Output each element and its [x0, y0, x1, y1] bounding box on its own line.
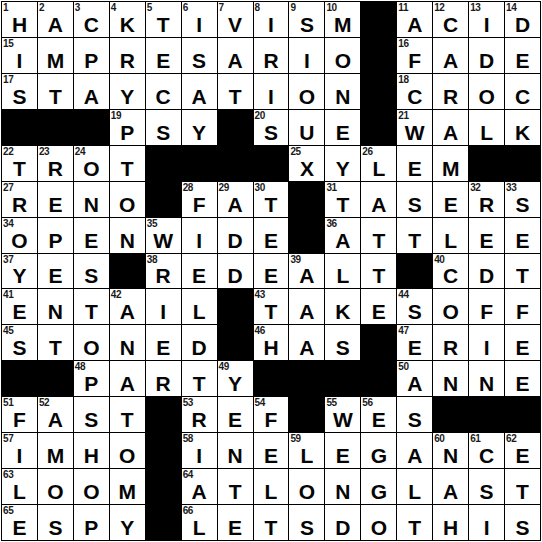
- clue-number: 65: [3, 505, 13, 517]
- cell-letter: E: [2, 517, 37, 538]
- cell-r8c7[interactable]: D: [218, 254, 253, 289]
- cell-r15c15[interactable]: S: [505, 505, 540, 540]
- cell-r3c14[interactable]: O: [469, 74, 504, 109]
- cell-r12c11[interactable]: 56E: [361, 397, 396, 432]
- cell-r14c6[interactable]: 64A: [182, 469, 217, 504]
- cell-r11c4[interactable]: A: [110, 361, 145, 396]
- block-cell-r5c5: [146, 146, 181, 181]
- cell-letter: R: [38, 158, 73, 179]
- clue-number: 60: [434, 433, 444, 445]
- cell-letter: E: [505, 337, 540, 358]
- cell-r13c3[interactable]: H: [74, 433, 109, 468]
- cell-letter: A: [433, 122, 468, 143]
- cell-r14c7[interactable]: T: [218, 469, 253, 504]
- cell-r14c2[interactable]: O: [38, 469, 73, 504]
- cell-letter: H: [254, 337, 289, 358]
- cell-r2c6[interactable]: S: [182, 38, 217, 73]
- cell-letter: L: [469, 122, 504, 143]
- cell-r4c6[interactable]: Y: [182, 110, 217, 145]
- cell-r10c4[interactable]: N: [110, 325, 145, 360]
- cell-letter: M: [38, 445, 73, 466]
- cell-letter: E: [505, 373, 540, 394]
- clue-number: 21: [398, 110, 408, 122]
- clue-number: 46: [255, 325, 265, 337]
- cell-letter: P: [38, 230, 73, 251]
- block-cell-r11c11: [361, 361, 396, 396]
- cell-letter: S: [254, 122, 289, 143]
- cell-letter: T: [361, 230, 396, 251]
- cell-r10c10[interactable]: S: [325, 325, 360, 360]
- cell-r15c10[interactable]: D: [325, 505, 360, 540]
- cell-letter: T: [325, 194, 360, 215]
- cell-r6c13[interactable]: E: [433, 182, 468, 217]
- cell-r1c5[interactable]: 5T: [146, 2, 181, 37]
- cell-letter: A: [397, 445, 432, 466]
- cell-r9c12[interactable]: 44S: [397, 289, 432, 324]
- cell-r2c13[interactable]: A: [433, 38, 468, 73]
- cell-r14c10[interactable]: N: [325, 469, 360, 504]
- cell-r5c11[interactable]: 26L: [361, 146, 396, 181]
- block-cell-r5c7: [218, 146, 253, 181]
- cell-r6c11[interactable]: A: [361, 182, 396, 217]
- cell-r12c3[interactable]: S: [74, 397, 109, 432]
- cell-r10c1[interactable]: 45S: [2, 325, 37, 360]
- cell-r4c5[interactable]: S: [146, 110, 181, 145]
- cell-r2c5[interactable]: E: [146, 38, 181, 73]
- cell-r3c3[interactable]: A: [74, 74, 109, 109]
- clue-number: 45: [3, 325, 13, 337]
- cell-r10c14[interactable]: I: [469, 325, 504, 360]
- cell-letter: I: [182, 445, 217, 466]
- cell-r11c12[interactable]: 50A: [397, 361, 432, 396]
- cell-letter: D: [182, 337, 217, 358]
- cell-letter: S: [2, 337, 37, 358]
- cell-letter: F: [505, 301, 540, 322]
- cell-r15c4[interactable]: Y: [110, 505, 145, 540]
- cell-r6c12[interactable]: S: [397, 182, 432, 217]
- clue-number: 59: [290, 433, 300, 445]
- cell-r6c6[interactable]: 28F: [182, 182, 217, 217]
- clue-number: 6: [183, 2, 188, 14]
- cell-r6c4[interactable]: O: [110, 182, 145, 217]
- cell-r13c6[interactable]: 58I: [182, 433, 217, 468]
- cell-r10c9[interactable]: A: [289, 325, 324, 360]
- cell-r3c2[interactable]: T: [38, 74, 73, 109]
- block-cell-r5c8: [254, 146, 289, 181]
- cell-r3c8[interactable]: I: [254, 74, 289, 109]
- cell-letter: L: [325, 265, 360, 286]
- cell-r11c14[interactable]: N: [469, 361, 504, 396]
- cell-r6c15[interactable]: 33S: [505, 182, 540, 217]
- cell-r12c10[interactable]: 55W: [325, 397, 360, 432]
- cell-letter: O: [110, 194, 145, 215]
- cell-r14c14[interactable]: S: [469, 469, 504, 504]
- cell-r13c13[interactable]: 60N: [433, 433, 468, 468]
- clue-number: 47: [398, 325, 408, 337]
- cell-letter: O: [325, 50, 360, 71]
- cell-r9c14[interactable]: F: [469, 289, 504, 324]
- cell-r1c9[interactable]: 9S: [289, 2, 324, 37]
- cell-r7c11[interactable]: T: [361, 218, 396, 253]
- clue-number: 34: [3, 218, 13, 230]
- cell-r7c10[interactable]: 36A: [325, 218, 360, 253]
- cell-r2c14[interactable]: D: [469, 38, 504, 73]
- cell-letter: S: [289, 14, 324, 35]
- cell-r14c1[interactable]: 63L: [2, 469, 37, 504]
- cell-letter: A: [325, 230, 360, 251]
- cell-letter: A: [110, 373, 145, 394]
- cell-r14c3[interactable]: O: [74, 469, 109, 504]
- cell-r3c4[interactable]: Y: [110, 74, 145, 109]
- cell-r15c6[interactable]: 66L: [182, 505, 217, 540]
- clue-number: 52: [39, 397, 49, 409]
- cell-letter: E: [182, 265, 217, 286]
- cell-r15c11[interactable]: O: [361, 505, 396, 540]
- cell-r13c7[interactable]: N: [218, 433, 253, 468]
- cell-r5c9[interactable]: 25X: [289, 146, 324, 181]
- cell-r15c13[interactable]: H: [433, 505, 468, 540]
- cell-r7c7[interactable]: D: [218, 218, 253, 253]
- cell-r8c11[interactable]: T: [361, 254, 396, 289]
- cell-r5c13[interactable]: M: [433, 146, 468, 181]
- cell-r8c6[interactable]: E: [182, 254, 217, 289]
- cell-letter: Y: [325, 158, 360, 179]
- cell-letter: F: [254, 409, 289, 430]
- block-cell-r13c5: [146, 433, 181, 468]
- cell-r15c12[interactable]: T: [397, 505, 432, 540]
- cell-r8c15[interactable]: T: [505, 254, 540, 289]
- cell-letter: A: [289, 265, 324, 286]
- cell-letter: W: [325, 409, 360, 430]
- cell-r2c7[interactable]: A: [218, 38, 253, 73]
- cell-letter: R: [433, 86, 468, 107]
- cell-r6c10[interactable]: 31T: [325, 182, 360, 217]
- cell-r6c7[interactable]: 29A: [218, 182, 253, 217]
- cell-r6c8[interactable]: 30T: [254, 182, 289, 217]
- cell-r15c3[interactable]: P: [74, 505, 109, 540]
- cell-r2c2[interactable]: M: [38, 38, 73, 73]
- cell-r13c9[interactable]: 59L: [289, 433, 324, 468]
- cell-r13c10[interactable]: E: [325, 433, 360, 468]
- cell-r11c6[interactable]: T: [182, 361, 217, 396]
- cell-r4c10[interactable]: E: [325, 110, 360, 145]
- clue-number: 1: [3, 2, 8, 14]
- cell-r6c14[interactable]: 32R: [469, 182, 504, 217]
- cell-r3c7[interactable]: T: [218, 74, 253, 109]
- cell-r6c3[interactable]: N: [74, 182, 109, 217]
- cell-letter: E: [505, 50, 540, 71]
- cell-r7c8[interactable]: E: [254, 218, 289, 253]
- cell-r11c7[interactable]: 49Y: [218, 361, 253, 396]
- cell-r12c2[interactable]: 52A: [38, 397, 73, 432]
- cell-r4c8[interactable]: 20S: [254, 110, 289, 145]
- cell-r2c4[interactable]: R: [110, 38, 145, 73]
- block-cell-r5c14: [469, 146, 504, 181]
- clue-number: 63: [3, 469, 13, 481]
- clue-number: 23: [39, 146, 49, 158]
- cell-r2c9[interactable]: I: [289, 38, 324, 73]
- cell-r13c1[interactable]: 57I: [2, 433, 37, 468]
- cell-r1c2[interactable]: 2A: [38, 2, 73, 37]
- cell-r9c4[interactable]: 42A: [110, 289, 145, 324]
- clue-number: 18: [398, 74, 408, 86]
- cell-r14c13[interactable]: A: [433, 469, 468, 504]
- block-cell-r11c9: [289, 361, 324, 396]
- cell-r4c12[interactable]: 21W: [397, 110, 432, 145]
- cell-r3c15[interactable]: C: [505, 74, 540, 109]
- cell-r10c5[interactable]: E: [146, 325, 181, 360]
- cell-r3c10[interactable]: N: [325, 74, 360, 109]
- clue-number: 51: [3, 397, 13, 409]
- cell-r11c5[interactable]: R: [146, 361, 181, 396]
- cell-r7c13[interactable]: L: [433, 218, 468, 253]
- cell-r3c1[interactable]: 17S: [2, 74, 37, 109]
- cell-r4c13[interactable]: A: [433, 110, 468, 145]
- block-cell-r3c11: [361, 74, 396, 109]
- cell-r11c13[interactable]: N: [433, 361, 468, 396]
- clue-number: 2: [39, 2, 44, 14]
- cell-r9c13[interactable]: O: [433, 289, 468, 324]
- cell-letter: F: [397, 50, 432, 71]
- cell-letter: D: [325, 517, 360, 538]
- cell-letter: T: [182, 373, 217, 394]
- cell-r14c11[interactable]: G: [361, 469, 396, 504]
- cell-letter: O: [74, 481, 109, 502]
- cell-r3c5[interactable]: C: [146, 74, 181, 109]
- cell-r13c15[interactable]: 62E: [505, 433, 540, 468]
- cell-r10c6[interactable]: D: [182, 325, 217, 360]
- cell-letter: C: [469, 445, 504, 466]
- cell-r4c9[interactable]: U: [289, 110, 324, 145]
- cell-letter: C: [74, 14, 109, 35]
- cell-r9c9[interactable]: A: [289, 289, 324, 324]
- cell-r13c2[interactable]: M: [38, 433, 73, 468]
- cell-r10c3[interactable]: O: [74, 325, 109, 360]
- clue-number: 56: [362, 397, 372, 409]
- clue-number: 19: [111, 110, 121, 122]
- cell-r10c15[interactable]: E: [505, 325, 540, 360]
- cell-r2c8[interactable]: R: [254, 38, 289, 73]
- cell-r12c12[interactable]: S: [397, 397, 432, 432]
- cell-letter: R: [182, 409, 217, 430]
- cell-r7c3[interactable]: E: [74, 218, 109, 253]
- cell-r13c11[interactable]: G: [361, 433, 396, 468]
- cell-r13c12[interactable]: A: [397, 433, 432, 468]
- cell-letter: L: [289, 445, 324, 466]
- cell-r11c15[interactable]: E: [505, 361, 540, 396]
- crossword-grid: 1H2A3C4K5T6I7V8I9S10M11A12C13I14D15IMPRE…: [1, 1, 541, 541]
- cell-r1c1[interactable]: 1H: [2, 2, 37, 37]
- cell-letter: T: [218, 481, 253, 502]
- cell-r10c13[interactable]: R: [433, 325, 468, 360]
- cell-letter: S: [505, 194, 540, 215]
- cell-r6c2[interactable]: E: [38, 182, 73, 217]
- cell-r9c2[interactable]: N: [38, 289, 73, 324]
- cell-r5c2[interactable]: 23R: [38, 146, 73, 181]
- clue-number: 17: [3, 74, 13, 86]
- cell-r9c1[interactable]: 41E: [2, 289, 37, 324]
- cell-r2c15[interactable]: E: [505, 38, 540, 73]
- cell-letter: T: [361, 265, 396, 286]
- cell-letter: R: [110, 50, 145, 71]
- cell-letter: D: [218, 230, 253, 251]
- cell-r7c2[interactable]: P: [38, 218, 73, 253]
- cell-r1c8[interactable]: 8I: [254, 2, 289, 37]
- block-cell-r12c14: [469, 397, 504, 432]
- block-cell-r6c9: [289, 182, 324, 217]
- cell-r8c14[interactable]: D: [469, 254, 504, 289]
- cell-r8c5[interactable]: 38R: [146, 254, 181, 289]
- cell-r9c6[interactable]: L: [182, 289, 217, 324]
- cell-r1c3[interactable]: 3C: [74, 2, 109, 37]
- cell-r1c15[interactable]: 14D: [505, 2, 540, 37]
- cell-r15c2[interactable]: S: [38, 505, 73, 540]
- cell-letter: E: [361, 409, 396, 430]
- clue-number: 12: [434, 2, 444, 14]
- cell-r3c6[interactable]: A: [182, 74, 217, 109]
- cell-r1c13[interactable]: 12C: [433, 2, 468, 37]
- cell-r5c10[interactable]: Y: [325, 146, 360, 181]
- cell-letter: H: [433, 517, 468, 538]
- cell-r13c14[interactable]: 61C: [469, 433, 504, 468]
- cell-letter: O: [110, 445, 145, 466]
- cell-r8c13[interactable]: 40C: [433, 254, 468, 289]
- cell-r8c1[interactable]: 37Y: [2, 254, 37, 289]
- clue-number: 43: [255, 289, 265, 301]
- cell-r12c4[interactable]: T: [110, 397, 145, 432]
- cell-r8c8[interactable]: E: [254, 254, 289, 289]
- cell-r2c12[interactable]: 16F: [397, 38, 432, 73]
- cell-r2c1[interactable]: 15I: [2, 38, 37, 73]
- cell-r8c10[interactable]: L: [325, 254, 360, 289]
- cell-r8c2[interactable]: E: [38, 254, 73, 289]
- cell-r13c4[interactable]: O: [110, 433, 145, 468]
- cell-r1c4[interactable]: 4K: [110, 2, 145, 37]
- cell-r6c1[interactable]: 27R: [2, 182, 37, 217]
- cell-r14c15[interactable]: T: [505, 469, 540, 504]
- cell-r9c3[interactable]: T: [74, 289, 109, 324]
- cell-r12c8[interactable]: 54F: [254, 397, 289, 432]
- cell-r15c14[interactable]: I: [469, 505, 504, 540]
- cell-letter: E: [505, 445, 540, 466]
- cell-letter: S: [146, 122, 181, 143]
- cell-letter: E: [433, 194, 468, 215]
- cell-r9c10[interactable]: K: [325, 289, 360, 324]
- cell-letter: E: [397, 337, 432, 358]
- cell-r7c6[interactable]: I: [182, 218, 217, 253]
- cell-letter: A: [74, 86, 109, 107]
- cell-r4c14[interactable]: L: [469, 110, 504, 145]
- cell-r9c5[interactable]: I: [146, 289, 181, 324]
- cell-letter: E: [505, 230, 540, 251]
- clue-number: 3: [75, 2, 80, 14]
- clue-number: 9: [290, 2, 295, 14]
- cell-r3c12[interactable]: 18C: [397, 74, 432, 109]
- cell-r9c15[interactable]: F: [505, 289, 540, 324]
- cell-r4c4[interactable]: 19P: [110, 110, 145, 145]
- cell-r3c13[interactable]: R: [433, 74, 468, 109]
- cell-r10c2[interactable]: T: [38, 325, 73, 360]
- cell-r1c12[interactable]: 11A: [397, 2, 432, 37]
- cell-r14c12[interactable]: L: [397, 469, 432, 504]
- clue-number: 50: [398, 361, 408, 373]
- cell-letter: N: [38, 301, 73, 322]
- cell-letter: E: [397, 158, 432, 179]
- cell-r1c14[interactable]: 13I: [469, 2, 504, 37]
- cell-letter: R: [2, 194, 37, 215]
- cell-letter: A: [38, 14, 73, 35]
- cell-letter: E: [325, 122, 360, 143]
- cell-r5c12[interactable]: E: [397, 146, 432, 181]
- cell-r7c12[interactable]: T: [397, 218, 432, 253]
- cell-r7c14[interactable]: E: [469, 218, 504, 253]
- cell-letter: S: [74, 265, 109, 286]
- cell-letter: A: [38, 409, 73, 430]
- cell-r5c4[interactable]: T: [110, 146, 145, 181]
- cell-r8c9[interactable]: 39A: [289, 254, 324, 289]
- cell-letter: S: [2, 86, 37, 107]
- cell-r1c10[interactable]: 10M: [325, 2, 360, 37]
- block-cell-r10c7: [218, 325, 253, 360]
- clue-number: 10: [326, 2, 336, 14]
- cell-r13c8[interactable]: E: [254, 433, 289, 468]
- cell-r14c9[interactable]: O: [289, 469, 324, 504]
- cell-r9c8[interactable]: 43T: [254, 289, 289, 324]
- cell-letter: E: [146, 50, 181, 71]
- cell-r15c9[interactable]: S: [289, 505, 324, 540]
- clue-number: 48: [75, 361, 85, 373]
- cell-r3c9[interactable]: O: [289, 74, 324, 109]
- cell-letter: C: [397, 86, 432, 107]
- cell-r1c7[interactable]: 7V: [218, 2, 253, 37]
- cell-r10c12[interactable]: 47E: [397, 325, 432, 360]
- cell-letter: I: [182, 14, 217, 35]
- cell-r14c8[interactable]: L: [254, 469, 289, 504]
- cell-letter: C: [433, 265, 468, 286]
- cell-r15c8[interactable]: T: [254, 505, 289, 540]
- cell-r7c15[interactable]: E: [505, 218, 540, 253]
- block-cell-r9c7: [218, 289, 253, 324]
- cell-r12c7[interactable]: E: [218, 397, 253, 432]
- cell-r12c6[interactable]: 53R: [182, 397, 217, 432]
- cell-r7c4[interactable]: N: [110, 218, 145, 253]
- cell-r2c10[interactable]: O: [325, 38, 360, 73]
- cell-r10c8[interactable]: 46H: [254, 325, 289, 360]
- cell-r7c1[interactable]: 34O: [2, 218, 37, 253]
- cell-r1c6[interactable]: 6I: [182, 2, 217, 37]
- block-cell-r12c15: [505, 397, 540, 432]
- cell-r11c3[interactable]: 48P: [74, 361, 109, 396]
- clue-number: 40: [434, 254, 444, 266]
- cell-r4c15[interactable]: K: [505, 110, 540, 145]
- cell-r5c3[interactable]: 24O: [74, 146, 109, 181]
- cell-r9c11[interactable]: E: [361, 289, 396, 324]
- cell-r15c1[interactable]: 65E: [2, 505, 37, 540]
- cell-letter: T: [38, 337, 73, 358]
- cell-r7c5[interactable]: 35W: [146, 218, 181, 253]
- cell-r15c7[interactable]: E: [218, 505, 253, 540]
- cell-letter: M: [325, 14, 360, 35]
- cell-letter: E: [38, 265, 73, 286]
- clue-number: 64: [183, 469, 193, 481]
- cell-letter: F: [182, 194, 217, 215]
- cell-r12c1[interactable]: 51F: [2, 397, 37, 432]
- cell-letter: W: [397, 122, 432, 143]
- cell-r8c3[interactable]: S: [74, 254, 109, 289]
- cell-r5c1[interactable]: 22T: [2, 146, 37, 181]
- cell-r14c4[interactable]: M: [110, 469, 145, 504]
- cell-r2c3[interactable]: P: [74, 38, 109, 73]
